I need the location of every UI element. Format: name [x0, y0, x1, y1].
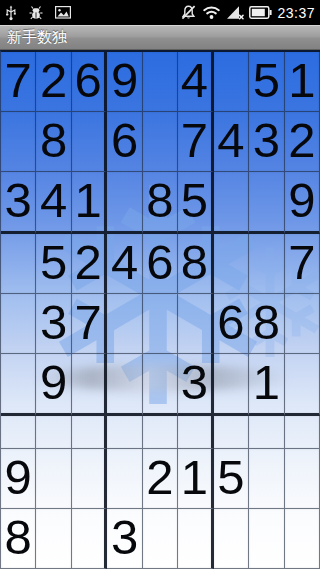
- cell-r6c2[interactable]: 9: [36, 354, 71, 416]
- cell-r1c1[interactable]: 7: [1, 52, 36, 112]
- cell-r9c1[interactable]: 8: [1, 509, 36, 569]
- usb-debugging-icon: [28, 5, 44, 21]
- cell-r8c9[interactable]: [285, 449, 320, 509]
- cell-r8c1[interactable]: 9: [1, 449, 36, 509]
- cell-r5c9[interactable]: [285, 294, 320, 354]
- cell-r3c4[interactable]: [107, 172, 142, 234]
- title-bar: 新手数独: [0, 25, 320, 50]
- cell-r5c2[interactable]: 3: [36, 294, 71, 354]
- cell-r3c5[interactable]: 8: [143, 172, 178, 234]
- signal-no-service-icon: [226, 5, 244, 20]
- cell-r4c8[interactable]: [249, 234, 284, 294]
- battery-icon: [249, 6, 272, 19]
- cell-r4c1[interactable]: [1, 234, 36, 294]
- cell-r2c8[interactable]: 3: [249, 112, 284, 172]
- cell-r2c7[interactable]: 4: [214, 112, 249, 172]
- cell-r7c3[interactable]: [72, 416, 107, 449]
- cell-r8c4[interactable]: [107, 449, 142, 509]
- screenshot-icon: [55, 6, 71, 19]
- cell-r2c9[interactable]: 2: [285, 112, 320, 172]
- cell-r9c7[interactable]: [214, 509, 249, 569]
- cell-r2c6[interactable]: 7: [178, 112, 213, 172]
- cell-r3c1[interactable]: 3: [1, 172, 36, 234]
- cell-r8c3[interactable]: [72, 449, 107, 509]
- cell-r8c7[interactable]: 5: [214, 449, 249, 509]
- cell-r5c7[interactable]: 6: [214, 294, 249, 354]
- cell-r9c4[interactable]: 3: [107, 509, 142, 569]
- cell-r1c4[interactable]: 9: [107, 52, 142, 112]
- cell-r9c6[interactable]: [178, 509, 213, 569]
- cell-r7c6[interactable]: [178, 416, 213, 449]
- usb-icon: [5, 5, 17, 21]
- cell-r1c8[interactable]: 5: [249, 52, 284, 112]
- cell-r2c1[interactable]: [1, 112, 36, 172]
- cell-r8c8[interactable]: [249, 449, 284, 509]
- cell-r3c3[interactable]: 1: [72, 172, 107, 234]
- cell-r6c3[interactable]: [72, 354, 107, 416]
- cell-r6c6[interactable]: 3: [178, 354, 213, 416]
- status-time: 23:37: [277, 5, 315, 21]
- cell-r1c2[interactable]: 2: [36, 52, 71, 112]
- cell-r5c6[interactable]: [178, 294, 213, 354]
- wifi-icon: [202, 5, 221, 20]
- cell-r9c8[interactable]: [249, 509, 284, 569]
- cell-r4c3[interactable]: 2: [72, 234, 107, 294]
- cell-r7c4[interactable]: [107, 416, 142, 449]
- cell-r3c2[interactable]: 4: [36, 172, 71, 234]
- cell-r4c5[interactable]: 6: [143, 234, 178, 294]
- cell-r9c2[interactable]: [36, 509, 71, 569]
- app-title: 新手数独: [7, 28, 67, 47]
- status-bar: 23:37: [0, 0, 320, 25]
- cell-r9c9[interactable]: [285, 509, 320, 569]
- cell-r8c6[interactable]: 1: [178, 449, 213, 509]
- cell-r7c9[interactable]: [285, 416, 320, 449]
- cell-r8c5[interactable]: 2: [143, 449, 178, 509]
- cell-r4c4[interactable]: 4: [107, 234, 142, 294]
- status-bar-right: 23:37: [175, 4, 315, 21]
- cell-r5c1[interactable]: [1, 294, 36, 354]
- cell-r4c9[interactable]: 7: [285, 234, 320, 294]
- cell-r6c4[interactable]: [107, 354, 142, 416]
- cell-r5c3[interactable]: 7: [72, 294, 107, 354]
- cell-r6c9[interactable]: [285, 354, 320, 416]
- cell-r6c5[interactable]: [143, 354, 178, 416]
- cell-r6c1[interactable]: [1, 354, 36, 416]
- cell-r6c8[interactable]: 1: [249, 354, 284, 416]
- cell-r7c1[interactable]: [1, 416, 36, 449]
- cell-r1c3[interactable]: 6: [72, 52, 107, 112]
- cell-r3c6[interactable]: 5: [178, 172, 213, 234]
- cell-r7c5[interactable]: [143, 416, 178, 449]
- cell-r2c4[interactable]: 6: [107, 112, 142, 172]
- cell-r6c7[interactable]: [214, 354, 249, 416]
- cell-r8c2[interactable]: [36, 449, 71, 509]
- cell-r3c9[interactable]: 9: [285, 172, 320, 234]
- cell-r2c2[interactable]: 8: [36, 112, 71, 172]
- android-screen: 23:37 新手数独 ❄ ❄ 7269451867432341859524687…: [0, 0, 320, 569]
- sudoku-board: 72694518674323418595246873768931921583: [0, 50, 320, 569]
- cell-r5c4[interactable]: [107, 294, 142, 354]
- cell-r2c3[interactable]: [72, 112, 107, 172]
- cell-r1c9[interactable]: 1: [285, 52, 320, 112]
- cell-r3c8[interactable]: [249, 172, 284, 234]
- cell-r5c5[interactable]: [143, 294, 178, 354]
- cell-r4c7[interactable]: [214, 234, 249, 294]
- cell-r7c8[interactable]: [249, 416, 284, 449]
- cell-r9c3[interactable]: [72, 509, 107, 569]
- cell-r1c5[interactable]: [143, 52, 178, 112]
- mute-icon: [180, 4, 197, 21]
- cell-r5c8[interactable]: 8: [249, 294, 284, 354]
- board-area: ❄ ❄ 726945186743234185952468737689319215…: [0, 50, 320, 569]
- status-bar-left: [5, 5, 82, 21]
- cell-r2c5[interactable]: [143, 112, 178, 172]
- cell-r4c6[interactable]: 8: [178, 234, 213, 294]
- cell-r7c7[interactable]: [214, 416, 249, 449]
- cell-r7c2[interactable]: [36, 416, 71, 449]
- cell-r1c6[interactable]: 4: [178, 52, 213, 112]
- cell-r3c7[interactable]: [214, 172, 249, 234]
- cell-r9c5[interactable]: [143, 509, 178, 569]
- cell-r4c2[interactable]: 5: [36, 234, 71, 294]
- cell-r1c7[interactable]: [214, 52, 249, 112]
